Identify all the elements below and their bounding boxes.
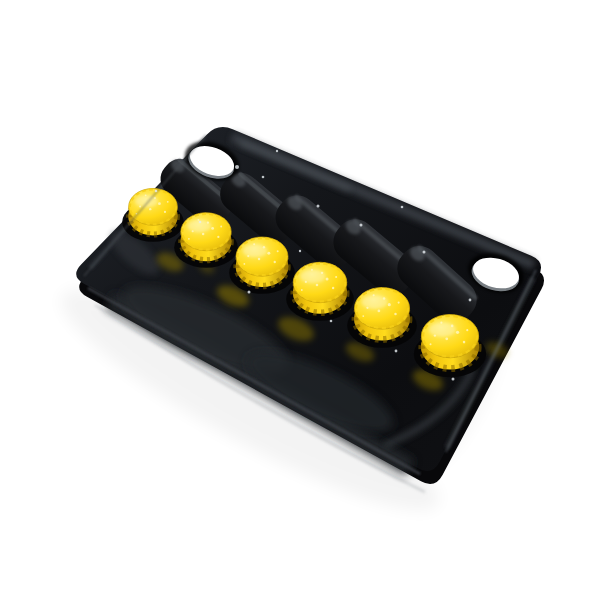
product-photo — [0, 0, 600, 600]
photo-canvas — [0, 0, 600, 600]
